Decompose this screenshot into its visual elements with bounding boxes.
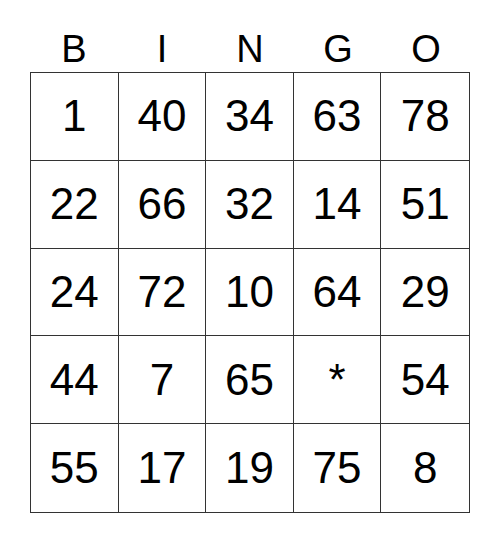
bingo-cell-r4c0[interactable]: 55: [31, 424, 119, 512]
bingo-cell-r1c2[interactable]: 32: [206, 161, 294, 249]
bingo-cell-r2c1[interactable]: 72: [119, 249, 207, 337]
bingo-cell-r1c1[interactable]: 66: [119, 161, 207, 249]
bingo-cell-r3c0[interactable]: 44: [31, 336, 119, 424]
header-letter-g: G: [294, 30, 382, 72]
bingo-cell-r3c4[interactable]: 54: [381, 336, 469, 424]
bingo-cell-r2c2[interactable]: 10: [206, 249, 294, 337]
bingo-grid: 1403463782266321451247210642944765*54551…: [30, 72, 470, 513]
header-letter-o: O: [382, 30, 470, 72]
bingo-header-row: B I N G O: [30, 0, 470, 72]
bingo-card: B I N G O 140346378226632145124721064294…: [30, 0, 470, 513]
bingo-cell-r0c3[interactable]: 63: [294, 73, 382, 161]
bingo-cell-r1c4[interactable]: 51: [381, 161, 469, 249]
bingo-cell-r1c0[interactable]: 22: [31, 161, 119, 249]
header-letter-n: N: [206, 30, 294, 72]
bingo-cell-r1c3[interactable]: 14: [294, 161, 382, 249]
header-letter-i: I: [118, 30, 206, 72]
bingo-cell-r4c4[interactable]: 8: [381, 424, 469, 512]
bingo-cell-r3c1[interactable]: 7: [119, 336, 207, 424]
bingo-cell-r3c2[interactable]: 65: [206, 336, 294, 424]
bingo-cell-free-space-r3c3[interactable]: *: [294, 336, 382, 424]
bingo-cell-r2c3[interactable]: 64: [294, 249, 382, 337]
bingo-cell-r4c3[interactable]: 75: [294, 424, 382, 512]
bingo-cell-r0c1[interactable]: 40: [119, 73, 207, 161]
bingo-cell-r0c0[interactable]: 1: [31, 73, 119, 161]
bingo-cell-r2c4[interactable]: 29: [381, 249, 469, 337]
bingo-cell-r2c0[interactable]: 24: [31, 249, 119, 337]
bingo-cell-r0c4[interactable]: 78: [381, 73, 469, 161]
bingo-cell-r4c1[interactable]: 17: [119, 424, 207, 512]
bingo-cell-r0c2[interactable]: 34: [206, 73, 294, 161]
header-letter-b: B: [30, 30, 118, 72]
bingo-cell-r4c2[interactable]: 19: [206, 424, 294, 512]
